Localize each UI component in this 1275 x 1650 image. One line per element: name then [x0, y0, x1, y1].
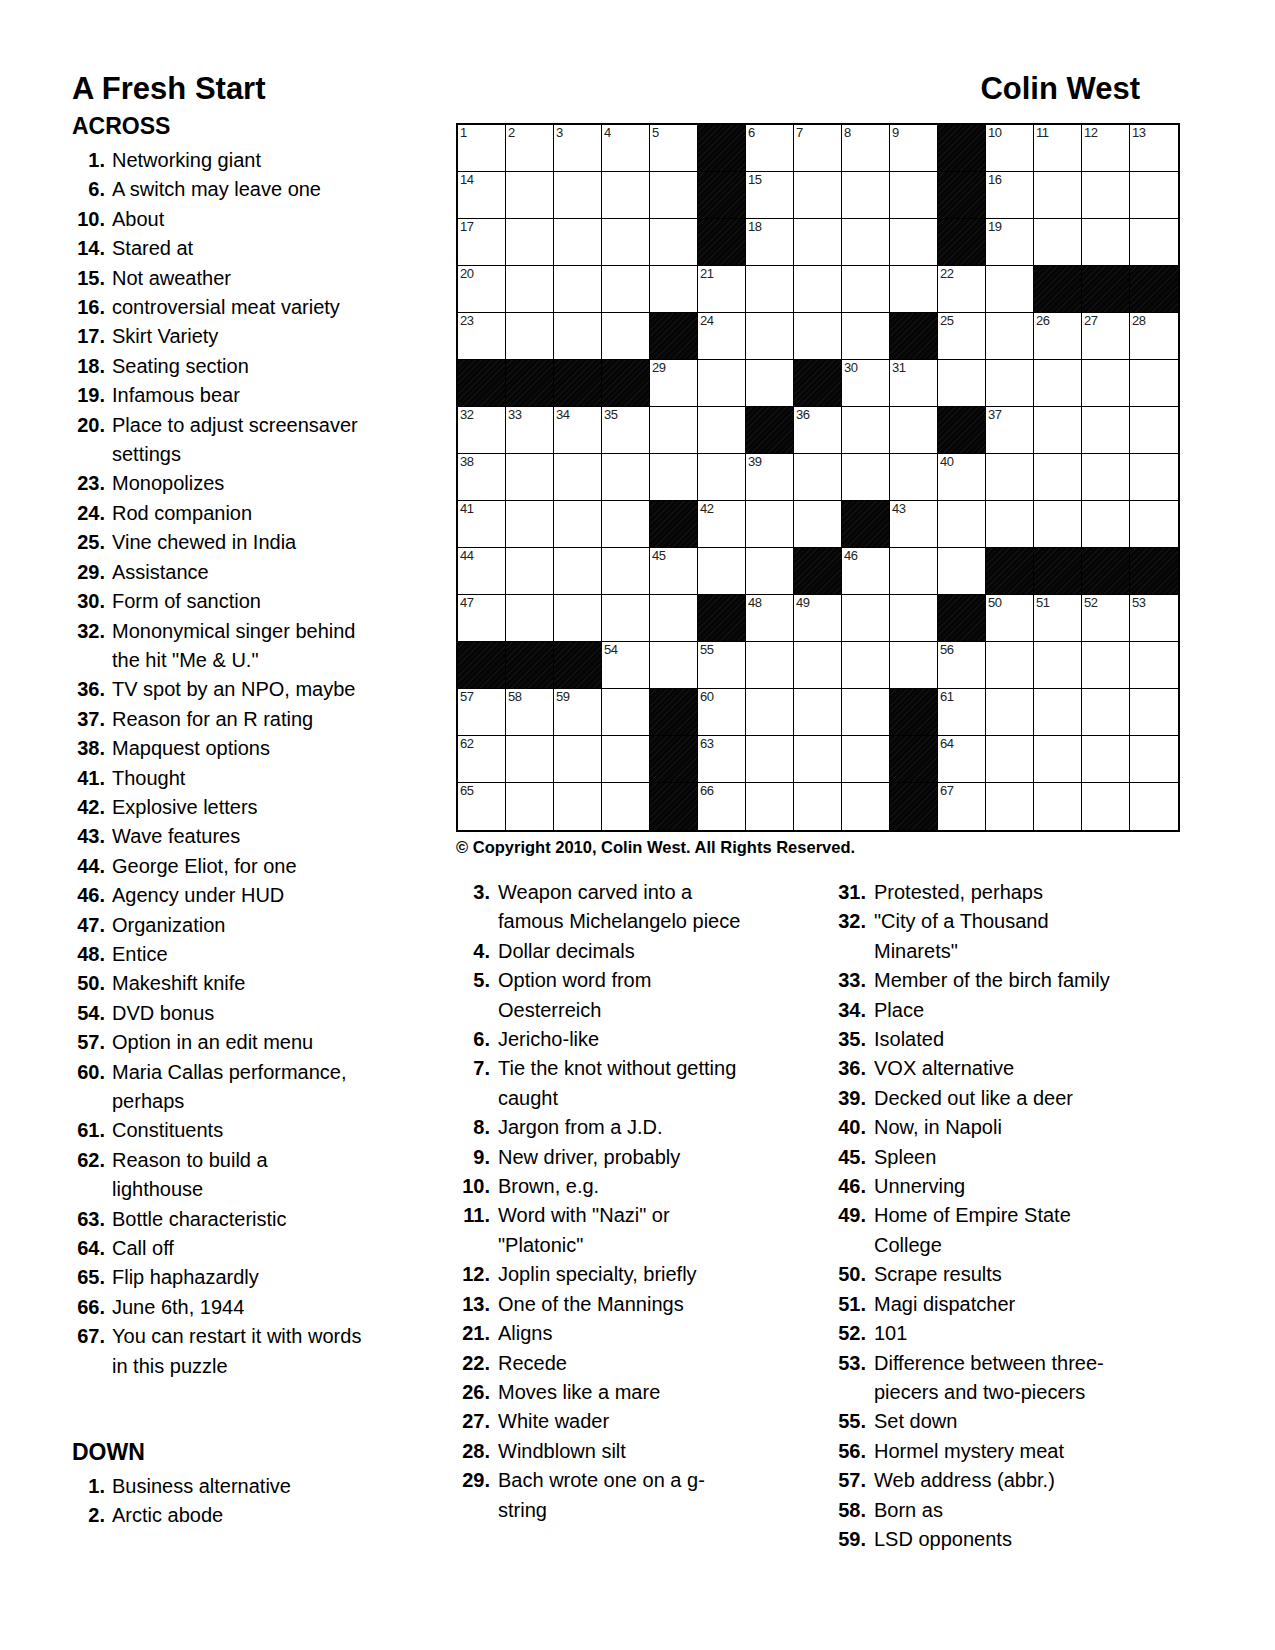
grid-cell[interactable] — [842, 266, 890, 313]
grid-cell[interactable] — [650, 266, 698, 313]
cell-number: 9 — [892, 126, 899, 140]
clue-number: 8. — [450, 1113, 498, 1142]
grid-cell[interactable] — [698, 407, 746, 454]
grid-cell[interactable] — [506, 501, 554, 548]
grid-cell[interactable]: 63 — [698, 736, 746, 783]
grid-cell[interactable] — [554, 266, 602, 313]
clue-text: Organization — [112, 911, 444, 940]
clue-number: 12. — [450, 1260, 498, 1289]
grid-cell[interactable]: 64 — [938, 736, 986, 783]
grid-cell[interactable]: 54 — [602, 642, 650, 689]
grid-cell[interactable]: 27 — [1082, 313, 1130, 360]
grid-cell[interactable] — [1082, 501, 1130, 548]
grid-cell[interactable] — [938, 501, 986, 548]
grid-cell[interactable] — [842, 313, 890, 360]
grid-cell[interactable] — [794, 736, 842, 783]
down-clue-item: 51. Magi dispatcher — [828, 1290, 1178, 1319]
grid-cell[interactable] — [506, 266, 554, 313]
down-clue-item: 56. Hormel mystery meat — [828, 1437, 1178, 1466]
grid-cell[interactable]: 34 — [554, 407, 602, 454]
clue-text: Bach wrote one on a g- string — [498, 1466, 782, 1525]
grid-cell[interactable]: 5 — [650, 125, 698, 172]
black-cell — [794, 360, 842, 407]
grid-cell[interactable] — [698, 454, 746, 501]
grid-cell[interactable] — [1034, 736, 1082, 783]
cell-number: 39 — [748, 455, 761, 469]
black-cell — [746, 407, 794, 454]
grid-cell[interactable] — [842, 642, 890, 689]
clue-number: 38. — [72, 734, 112, 763]
grid-cell[interactable] — [506, 595, 554, 642]
grid-cell[interactable] — [554, 501, 602, 548]
grid-cell[interactable] — [842, 783, 890, 830]
grid-cell[interactable] — [1034, 783, 1082, 830]
grid-cell[interactable]: 15 — [746, 172, 794, 219]
grid-cell[interactable]: 24 — [698, 313, 746, 360]
clue-text: Dollar decimals — [498, 937, 782, 966]
grid-cell[interactable]: 3 — [554, 125, 602, 172]
cell-number: 32 — [460, 408, 473, 422]
grid-cell[interactable]: 52 — [1082, 595, 1130, 642]
cell-number: 61 — [940, 690, 953, 704]
clue-text: TV spot by an NPO, maybe — [112, 675, 444, 704]
across-clue-item: 18. Seating section — [72, 352, 444, 381]
grid-cell[interactable] — [890, 172, 938, 219]
clue-number: 31. — [828, 878, 874, 907]
across-clue-item: 61. Constituents — [72, 1116, 444, 1145]
grid-cell[interactable] — [1034, 360, 1082, 407]
grid-cell[interactable] — [986, 313, 1034, 360]
clue-number: 36. — [828, 1054, 874, 1083]
clue-number: 29. — [450, 1466, 498, 1495]
grid-cell[interactable] — [986, 501, 1034, 548]
down-clue-item: 57. Web address (abbr.) — [828, 1466, 1178, 1495]
grid-cell[interactable]: 53 — [1130, 595, 1178, 642]
black-cell — [938, 407, 986, 454]
grid-cell[interactable] — [1130, 783, 1178, 830]
across-clue-item: 46. Agency under HUD — [72, 881, 444, 910]
clue-text: Option word from Oesterreich — [498, 966, 782, 1025]
grid-cell[interactable] — [554, 454, 602, 501]
grid-cell[interactable] — [698, 360, 746, 407]
grid-cell[interactable] — [1082, 783, 1130, 830]
grid-cell[interactable] — [602, 595, 650, 642]
grid-cell[interactable] — [842, 407, 890, 454]
cell-number: 16 — [988, 173, 1001, 187]
grid-cell[interactable] — [1082, 360, 1130, 407]
grid-cell[interactable] — [890, 595, 938, 642]
grid-cell[interactable] — [794, 783, 842, 830]
grid-cell[interactable] — [602, 454, 650, 501]
grid-cell[interactable]: 22 — [938, 266, 986, 313]
grid-cell[interactable] — [650, 407, 698, 454]
grid-cell[interactable] — [986, 642, 1034, 689]
clue-number: 35. — [828, 1025, 874, 1054]
grid-cell[interactable]: 61 — [938, 689, 986, 736]
black-cell — [458, 360, 506, 407]
cell-number: 21 — [700, 267, 713, 281]
grid-cell[interactable]: 31 — [890, 360, 938, 407]
grid-cell[interactable]: 46 — [842, 548, 890, 595]
clue-number: 27. — [450, 1407, 498, 1436]
grid-cell[interactable] — [602, 548, 650, 595]
grid-cell[interactable] — [554, 783, 602, 830]
grid-cell[interactable] — [938, 360, 986, 407]
grid-cell[interactable] — [1082, 642, 1130, 689]
black-cell — [650, 313, 698, 360]
cell-number: 55 — [700, 643, 713, 657]
grid-cell[interactable]: 57 — [458, 689, 506, 736]
grid-cell[interactable] — [842, 736, 890, 783]
grid-cell[interactable] — [890, 407, 938, 454]
grid-cell[interactable] — [1130, 501, 1178, 548]
grid-cell[interactable] — [602, 313, 650, 360]
grid-cell[interactable] — [986, 736, 1034, 783]
black-cell — [506, 642, 554, 689]
grid-cell[interactable]: 18 — [746, 219, 794, 266]
grid-cell[interactable] — [938, 548, 986, 595]
clue-text: Member of the birch family — [874, 966, 1178, 995]
clue-text: controversial meat variety — [112, 293, 444, 322]
across-clue-item: 67. You can restart it with words in thi… — [72, 1322, 444, 1381]
down-clue-item: 53. Difference between three- piecers an… — [828, 1349, 1178, 1408]
grid-cell[interactable] — [602, 736, 650, 783]
grid-cell[interactable] — [1082, 454, 1130, 501]
grid-cell[interactable]: 29 — [650, 360, 698, 407]
grid-cell[interactable] — [1034, 689, 1082, 736]
clue-text: Tie the knot without getting caught — [498, 1054, 782, 1113]
across-header: ACROSS — [72, 112, 444, 140]
grid-cell[interactable]: 56 — [938, 642, 986, 689]
grid-cell[interactable]: 11 — [1034, 125, 1082, 172]
grid-cell[interactable]: 41 — [458, 501, 506, 548]
grid-cell[interactable]: 8 — [842, 125, 890, 172]
grid-cell[interactable] — [602, 783, 650, 830]
grid-cell[interactable]: 44 — [458, 548, 506, 595]
cell-number: 20 — [460, 267, 473, 281]
down-clue-item: 9. New driver, probably — [450, 1143, 782, 1172]
grid-cell[interactable] — [986, 360, 1034, 407]
grid-cell[interactable]: 33 — [506, 407, 554, 454]
grid-cell[interactable]: 16 — [986, 172, 1034, 219]
grid-cell[interactable] — [1082, 407, 1130, 454]
grid-cell[interactable]: 6 — [746, 125, 794, 172]
clue-number: 3. — [450, 878, 498, 907]
grid-cell[interactable] — [650, 595, 698, 642]
grid-cell[interactable] — [746, 501, 794, 548]
grid-cell[interactable] — [506, 548, 554, 595]
clue-text: Home of Empire State College — [874, 1201, 1178, 1260]
clue-text: Recede — [498, 1349, 782, 1378]
clue-text: Form of sanction — [112, 587, 444, 616]
grid-cell[interactable] — [554, 313, 602, 360]
grid-cell[interactable] — [794, 689, 842, 736]
grid-cell[interactable]: 62 — [458, 736, 506, 783]
down-clue-item: 34. Place — [828, 996, 1178, 1025]
grid-cell[interactable] — [842, 172, 890, 219]
grid-cell[interactable] — [1034, 172, 1082, 219]
grid-cell[interactable]: 28 — [1130, 313, 1178, 360]
grid-cell[interactable]: 13 — [1130, 125, 1178, 172]
down-clue-item: 10. Brown, e.g. — [450, 1172, 782, 1201]
clue-number: 26. — [450, 1378, 498, 1407]
clue-number: 47. — [72, 911, 112, 940]
grid-cell[interactable] — [746, 736, 794, 783]
grid-cell[interactable] — [1130, 172, 1178, 219]
grid-cell[interactable]: 40 — [938, 454, 986, 501]
grid-cell[interactable] — [554, 548, 602, 595]
grid-cell[interactable]: 36 — [794, 407, 842, 454]
across-clue-item: 6. A switch may leave one — [72, 175, 444, 204]
grid-cell[interactable]: 59 — [554, 689, 602, 736]
cell-number: 13 — [1132, 126, 1145, 140]
black-cell — [1130, 266, 1178, 313]
grid-cell[interactable] — [890, 266, 938, 313]
cell-number: 22 — [940, 267, 953, 281]
across-clue-item: 42. Explosive letters — [72, 793, 444, 822]
grid-cell[interactable] — [1034, 642, 1082, 689]
grid-cell[interactable]: 35 — [602, 407, 650, 454]
clue-text: Reason to build a lighthouse — [112, 1146, 444, 1205]
cell-number: 52 — [1084, 596, 1097, 610]
clue-number: 11. — [450, 1201, 498, 1230]
grid-cell[interactable] — [1130, 736, 1178, 783]
down-clue-item: 40. Now, in Napoli — [828, 1113, 1178, 1142]
grid-cell[interactable] — [890, 548, 938, 595]
grid-cell[interactable] — [746, 266, 794, 313]
grid-cell[interactable]: 2 — [506, 125, 554, 172]
grid-cell[interactable] — [842, 454, 890, 501]
grid-cell[interactable] — [1130, 407, 1178, 454]
clue-text: Mapquest options — [112, 734, 444, 763]
grid-cell[interactable] — [842, 689, 890, 736]
grid-cell[interactable] — [1130, 689, 1178, 736]
grid-cell[interactable] — [554, 219, 602, 266]
grid-cell[interactable]: 43 — [890, 501, 938, 548]
grid-cell[interactable] — [650, 642, 698, 689]
cell-number: 51 — [1036, 596, 1049, 610]
grid-cell[interactable] — [650, 454, 698, 501]
grid-cell[interactable] — [746, 642, 794, 689]
black-cell — [890, 736, 938, 783]
grid-cell[interactable] — [554, 595, 602, 642]
grid-cell[interactable] — [890, 642, 938, 689]
grid-cell[interactable] — [1034, 501, 1082, 548]
grid-cell[interactable]: 45 — [650, 548, 698, 595]
cell-number: 42 — [700, 502, 713, 516]
grid-cell[interactable] — [1034, 407, 1082, 454]
grid-cell[interactable]: 19 — [986, 219, 1034, 266]
clue-number: 6. — [72, 175, 112, 204]
grid-cell[interactable]: 58 — [506, 689, 554, 736]
down-clue-item: 32. "City of a Thousand Minarets" — [828, 907, 1178, 966]
grid-cell[interactable]: 21 — [698, 266, 746, 313]
grid-cell[interactable]: 38 — [458, 454, 506, 501]
grid-cell[interactable]: 7 — [794, 125, 842, 172]
clue-text: Option in an edit menu — [112, 1028, 444, 1057]
clue-number: 50. — [828, 1260, 874, 1289]
grid-cell[interactable] — [506, 783, 554, 830]
grid-cell[interactable] — [554, 736, 602, 783]
grid-cell[interactable] — [602, 266, 650, 313]
grid-cell[interactable] — [650, 172, 698, 219]
grid-cell[interactable]: 20 — [458, 266, 506, 313]
clue-text: Vine chewed in India — [112, 528, 444, 557]
grid-cell[interactable] — [746, 360, 794, 407]
clue-number: 48. — [72, 940, 112, 969]
grid-cell[interactable] — [794, 172, 842, 219]
cell-number: 67 — [940, 784, 953, 798]
grid-cell[interactable] — [794, 454, 842, 501]
grid-cell[interactable]: 10 — [986, 125, 1034, 172]
grid-cell[interactable] — [746, 548, 794, 595]
cell-number: 36 — [796, 408, 809, 422]
clue-text: Call off — [112, 1234, 444, 1263]
cell-number: 1 — [460, 126, 467, 140]
grid-cell[interactable] — [746, 689, 794, 736]
grid-cell[interactable] — [602, 689, 650, 736]
black-cell — [890, 689, 938, 736]
clue-number: 44. — [72, 852, 112, 881]
grid-cell[interactable] — [698, 548, 746, 595]
grid-cell[interactable] — [554, 172, 602, 219]
grid-cell[interactable] — [986, 266, 1034, 313]
grid-cell[interactable] — [746, 313, 794, 360]
clue-number: 66. — [72, 1293, 112, 1322]
grid-cell[interactable] — [1034, 454, 1082, 501]
clue-text: Networking giant — [112, 146, 444, 175]
grid-cell[interactable] — [746, 783, 794, 830]
grid-cell[interactable] — [986, 454, 1034, 501]
cell-number: 43 — [892, 502, 905, 516]
grid-cell[interactable]: 12 — [1082, 125, 1130, 172]
grid-cell[interactable]: 48 — [746, 595, 794, 642]
clue-text: George Eliot, for one — [112, 852, 444, 881]
grid-cell[interactable] — [794, 219, 842, 266]
grid-cell[interactable]: 47 — [458, 595, 506, 642]
grid-cell[interactable] — [1034, 219, 1082, 266]
black-cell — [554, 642, 602, 689]
grid-cell[interactable] — [794, 266, 842, 313]
grid-cell[interactable]: 9 — [890, 125, 938, 172]
grid-cell[interactable]: 55 — [698, 642, 746, 689]
black-cell — [986, 548, 1034, 595]
across-clue-item: 36. TV spot by an NPO, maybe — [72, 675, 444, 704]
grid-cell[interactable]: 50 — [986, 595, 1034, 642]
grid-cell[interactable] — [602, 219, 650, 266]
grid-cell[interactable]: 23 — [458, 313, 506, 360]
grid-cell[interactable] — [506, 219, 554, 266]
grid-cell[interactable] — [602, 172, 650, 219]
clue-text: Magi dispatcher — [874, 1290, 1178, 1319]
grid-cell[interactable] — [506, 736, 554, 783]
clue-text: Moves like a mare — [498, 1378, 782, 1407]
grid-cell[interactable] — [794, 313, 842, 360]
grid-cell[interactable]: 49 — [794, 595, 842, 642]
cell-number: 28 — [1132, 314, 1145, 328]
cell-number: 53 — [1132, 596, 1145, 610]
grid-cell[interactable] — [890, 219, 938, 266]
grid-cell[interactable]: 14 — [458, 172, 506, 219]
grid-cell[interactable] — [650, 219, 698, 266]
grid-cell[interactable] — [842, 595, 890, 642]
grid-cell[interactable]: 1 — [458, 125, 506, 172]
clue-number: 65. — [72, 1263, 112, 1292]
black-cell — [1034, 266, 1082, 313]
grid-cell[interactable]: 60 — [698, 689, 746, 736]
down-clue-item: 39. Decked out like a deer — [828, 1084, 1178, 1113]
grid-cell[interactable] — [1082, 172, 1130, 219]
grid-cell[interactable] — [1082, 689, 1130, 736]
clue-number: 46. — [72, 881, 112, 910]
grid-cell[interactable]: 32 — [458, 407, 506, 454]
grid-cell[interactable]: 39 — [746, 454, 794, 501]
clue-text: Explosive letters — [112, 793, 444, 822]
clue-text: Arctic abode — [112, 1501, 444, 1530]
clue-number: 64. — [72, 1234, 112, 1263]
grid-cell[interactable] — [506, 313, 554, 360]
across-clue-item: 50. Makeshift knife — [72, 969, 444, 998]
clue-text: Word with "Nazi" or "Platonic" — [498, 1201, 782, 1260]
black-cell — [794, 548, 842, 595]
grid-cell[interactable] — [890, 454, 938, 501]
across-clue-item: 66. June 6th, 1944 — [72, 1293, 444, 1322]
grid-cell[interactable] — [1130, 454, 1178, 501]
across-clue-item: 41. Thought — [72, 764, 444, 793]
grid-cell[interactable] — [1082, 219, 1130, 266]
grid-cell[interactable] — [1130, 219, 1178, 266]
grid-cell[interactable] — [986, 783, 1034, 830]
grid-cell[interactable] — [1130, 360, 1178, 407]
down-clue-item: 28. Windblown silt — [450, 1437, 782, 1466]
down-clue-item: 2. Arctic abode — [72, 1501, 444, 1530]
grid-cell[interactable] — [602, 501, 650, 548]
clue-number: 30. — [72, 587, 112, 616]
clue-text: Spleen — [874, 1143, 1178, 1172]
grid-cell[interactable] — [1082, 736, 1130, 783]
clue-text: Entice — [112, 940, 444, 969]
grid-cell[interactable] — [986, 689, 1034, 736]
cell-number: 34 — [556, 408, 569, 422]
black-cell — [458, 642, 506, 689]
grid-cell[interactable]: 51 — [1034, 595, 1082, 642]
grid-cell[interactable] — [506, 454, 554, 501]
grid-cell[interactable]: 37 — [986, 407, 1034, 454]
grid-cell[interactable]: 17 — [458, 219, 506, 266]
clue-text: New driver, probably — [498, 1143, 782, 1172]
grid-cell[interactable]: 42 — [698, 501, 746, 548]
grid-cell[interactable]: 26 — [1034, 313, 1082, 360]
grid-cell[interactable]: 67 — [938, 783, 986, 830]
grid-cell[interactable]: 30 — [842, 360, 890, 407]
grid-cell[interactable]: 4 — [602, 125, 650, 172]
grid-cell[interactable] — [506, 172, 554, 219]
down-clue-item: 8. Jargon from a J.D. — [450, 1113, 782, 1142]
grid-cell[interactable] — [1130, 642, 1178, 689]
crossword-grid: 1234567891011121314151617181920212223242… — [456, 123, 1180, 832]
down-clue-item: 45. Spleen — [828, 1143, 1178, 1172]
grid-cell[interactable] — [842, 219, 890, 266]
grid-cell[interactable] — [794, 501, 842, 548]
clue-number: 42. — [72, 793, 112, 822]
grid-cell[interactable]: 25 — [938, 313, 986, 360]
down-clues-column-middle: 3. Weapon carved into a famous Michelang… — [450, 878, 782, 1525]
cell-number: 7 — [796, 126, 803, 140]
down-clue-item: 35. Isolated — [828, 1025, 1178, 1054]
grid-cell[interactable]: 65 — [458, 783, 506, 830]
grid-cell[interactable]: 66 — [698, 783, 746, 830]
grid-cell[interactable] — [794, 642, 842, 689]
